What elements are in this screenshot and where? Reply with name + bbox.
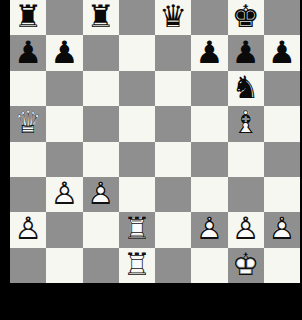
square-d4[interactable] bbox=[119, 142, 155, 177]
square-g6[interactable]: ♞ bbox=[228, 71, 264, 106]
square-b6[interactable] bbox=[46, 71, 82, 106]
white-pawn-icon-outline: ♙ bbox=[268, 213, 296, 244]
white-pawn-icon[interactable]: ♟♙ bbox=[264, 212, 300, 247]
square-c6[interactable] bbox=[83, 71, 119, 106]
square-g4[interactable] bbox=[228, 142, 264, 177]
square-e6[interactable] bbox=[155, 71, 191, 106]
white-king-icon[interactable]: ♚♔ bbox=[228, 248, 264, 283]
white-rook-icon-outline: ♖ bbox=[123, 213, 151, 244]
square-g5[interactable]: ♝♗ bbox=[228, 106, 264, 141]
square-b2[interactable] bbox=[46, 212, 82, 247]
square-h8[interactable] bbox=[264, 0, 300, 35]
black-rook-icon-glyph: ♜ bbox=[14, 1, 42, 32]
square-c4[interactable] bbox=[83, 142, 119, 177]
black-pawn-icon[interactable]: ♟ bbox=[46, 35, 82, 70]
square-e8[interactable]: ♛ bbox=[155, 0, 191, 35]
square-h2[interactable]: ♟♙ bbox=[264, 212, 300, 247]
square-g2[interactable]: ♟♙ bbox=[228, 212, 264, 247]
black-pawn-icon-glyph: ♟ bbox=[232, 37, 260, 68]
square-d6[interactable] bbox=[119, 71, 155, 106]
black-pawn-icon[interactable]: ♟ bbox=[191, 35, 227, 70]
white-pawn-icon[interactable]: ♟♙ bbox=[191, 212, 227, 247]
white-bishop-icon[interactable]: ♝♗ bbox=[228, 106, 264, 141]
square-a2[interactable]: ♟♙ bbox=[10, 212, 46, 247]
black-pawn-icon[interactable]: ♟ bbox=[228, 35, 264, 70]
white-pawn-icon-outline: ♙ bbox=[87, 178, 115, 209]
square-f2[interactable]: ♟♙ bbox=[191, 212, 227, 247]
square-b7[interactable]: ♟ bbox=[46, 35, 82, 70]
black-pawn-icon-glyph: ♟ bbox=[50, 37, 78, 68]
white-king-icon-outline: ♔ bbox=[232, 249, 260, 280]
white-pawn-icon-outline: ♙ bbox=[14, 213, 42, 244]
square-g3[interactable] bbox=[228, 177, 264, 212]
black-queen-icon[interactable]: ♛ bbox=[155, 0, 191, 35]
chess-board: ♜♜♛♚♟♟♟♟♟♞♛♕♝♗♟♙♟♙♟♙♜♖♟♙♟♙♟♙♜♖♚♔ bbox=[10, 0, 300, 283]
board-bottom-margin bbox=[0, 283, 302, 320]
square-a7[interactable]: ♟ bbox=[10, 35, 46, 70]
square-a6[interactable] bbox=[10, 71, 46, 106]
square-h3[interactable] bbox=[264, 177, 300, 212]
square-a8[interactable]: ♜ bbox=[10, 0, 46, 35]
square-d8[interactable] bbox=[119, 0, 155, 35]
square-a5[interactable]: ♛♕ bbox=[10, 106, 46, 141]
square-e2[interactable] bbox=[155, 212, 191, 247]
square-c3[interactable]: ♟♙ bbox=[83, 177, 119, 212]
square-h4[interactable] bbox=[264, 142, 300, 177]
square-f5[interactable] bbox=[191, 106, 227, 141]
square-h6[interactable] bbox=[264, 71, 300, 106]
white-bishop-icon-outline: ♗ bbox=[232, 107, 260, 138]
black-knight-icon-glyph: ♞ bbox=[232, 72, 260, 103]
square-c5[interactable] bbox=[83, 106, 119, 141]
black-pawn-icon[interactable]: ♟ bbox=[10, 35, 46, 70]
square-e1[interactable] bbox=[155, 248, 191, 283]
square-c8[interactable]: ♜ bbox=[83, 0, 119, 35]
square-a1[interactable] bbox=[10, 248, 46, 283]
white-pawn-icon-outline: ♙ bbox=[195, 213, 223, 244]
black-king-icon-glyph: ♚ bbox=[232, 1, 260, 32]
white-rook-icon[interactable]: ♜♖ bbox=[119, 212, 155, 247]
chess-diagram: ♜♜♛♚♟♟♟♟♟♞♛♕♝♗♟♙♟♙♟♙♜♖♟♙♟♙♟♙♜♖♚♔ bbox=[0, 0, 302, 320]
square-f6[interactable] bbox=[191, 71, 227, 106]
square-d1[interactable]: ♜♖ bbox=[119, 248, 155, 283]
square-b5[interactable] bbox=[46, 106, 82, 141]
white-queen-icon[interactable]: ♛♕ bbox=[10, 106, 46, 141]
square-e4[interactable] bbox=[155, 142, 191, 177]
black-pawn-icon-glyph: ♟ bbox=[268, 37, 296, 68]
square-b8[interactable] bbox=[46, 0, 82, 35]
square-e3[interactable] bbox=[155, 177, 191, 212]
square-h5[interactable] bbox=[264, 106, 300, 141]
board-right-margin bbox=[300, 0, 302, 320]
square-b3[interactable]: ♟♙ bbox=[46, 177, 82, 212]
white-pawn-icon[interactable]: ♟♙ bbox=[46, 177, 82, 212]
square-b1[interactable] bbox=[46, 248, 82, 283]
black-pawn-icon[interactable]: ♟ bbox=[264, 35, 300, 70]
white-pawn-icon[interactable]: ♟♙ bbox=[228, 212, 264, 247]
white-rook-icon-outline: ♖ bbox=[123, 249, 151, 280]
square-f3[interactable] bbox=[191, 177, 227, 212]
black-pawn-icon-glyph: ♟ bbox=[14, 37, 42, 68]
square-d3[interactable] bbox=[119, 177, 155, 212]
square-h1[interactable] bbox=[264, 248, 300, 283]
square-e5[interactable] bbox=[155, 106, 191, 141]
square-f4[interactable] bbox=[191, 142, 227, 177]
black-pawn-icon-glyph: ♟ bbox=[195, 37, 223, 68]
black-rook-icon[interactable]: ♜ bbox=[10, 0, 46, 35]
black-queen-icon-glyph: ♛ bbox=[159, 1, 187, 32]
white-rook-icon[interactable]: ♜♖ bbox=[119, 248, 155, 283]
white-queen-icon-outline: ♕ bbox=[14, 107, 42, 138]
square-g1[interactable]: ♚♔ bbox=[228, 248, 264, 283]
square-c7[interactable] bbox=[83, 35, 119, 70]
square-g7[interactable]: ♟ bbox=[228, 35, 264, 70]
white-pawn-icon-outline: ♙ bbox=[232, 213, 260, 244]
white-pawn-icon[interactable]: ♟♙ bbox=[83, 177, 119, 212]
square-d5[interactable] bbox=[119, 106, 155, 141]
square-f8[interactable] bbox=[191, 0, 227, 35]
square-c1[interactable] bbox=[83, 248, 119, 283]
white-pawn-icon-outline: ♙ bbox=[50, 178, 78, 209]
black-rook-icon[interactable]: ♜ bbox=[83, 0, 119, 35]
square-b4[interactable] bbox=[46, 142, 82, 177]
square-d7[interactable] bbox=[119, 35, 155, 70]
board-left-margin bbox=[0, 0, 10, 320]
square-d2[interactable]: ♜♖ bbox=[119, 212, 155, 247]
square-f1[interactable] bbox=[191, 248, 227, 283]
black-king-icon[interactable]: ♚ bbox=[228, 0, 264, 35]
white-pawn-icon[interactable]: ♟♙ bbox=[10, 212, 46, 247]
square-f7[interactable]: ♟ bbox=[191, 35, 227, 70]
square-a4[interactable] bbox=[10, 142, 46, 177]
square-h7[interactable]: ♟ bbox=[264, 35, 300, 70]
square-g8[interactable]: ♚ bbox=[228, 0, 264, 35]
black-rook-icon-glyph: ♜ bbox=[87, 1, 115, 32]
square-a3[interactable] bbox=[10, 177, 46, 212]
square-e7[interactable] bbox=[155, 35, 191, 70]
square-c2[interactable] bbox=[83, 212, 119, 247]
black-knight-icon[interactable]: ♞ bbox=[228, 71, 264, 106]
